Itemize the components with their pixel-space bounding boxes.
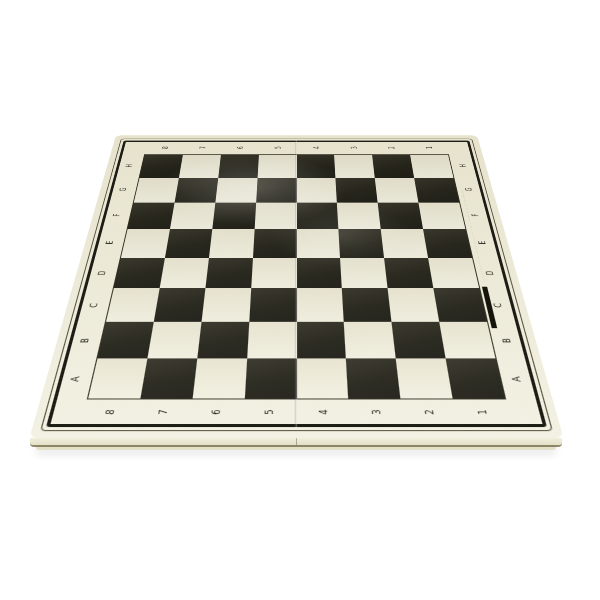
square-f2 [378, 202, 423, 228]
chessboard-photo: 87654321 87654321 HGFEDCBA HGFEDCBA ····… [0, 0, 600, 600]
square-b3 [344, 322, 396, 359]
square-g4 [297, 178, 338, 203]
square-h1 [410, 155, 453, 178]
square-a1 [446, 359, 505, 399]
bottom-coordinates: 87654321 [81, 400, 512, 424]
square-e2 [381, 229, 428, 258]
square-f7 [170, 202, 215, 228]
square-e8 [121, 229, 170, 258]
square-d8 [114, 258, 165, 289]
square-c8 [106, 288, 159, 322]
square-e4 [297, 229, 341, 258]
square-h7 [179, 155, 221, 178]
square-h5 [257, 155, 296, 178]
square-d4 [297, 258, 343, 289]
square-e7 [165, 229, 212, 258]
square-a5 [244, 359, 296, 399]
square-f8 [128, 202, 175, 228]
square-d6 [205, 258, 252, 289]
square-c5 [249, 288, 297, 322]
square-b6 [197, 322, 249, 359]
board-edge [30, 438, 562, 447]
square-g7 [174, 178, 218, 203]
playing-field [87, 154, 506, 399]
square-a2 [396, 359, 453, 399]
square-d3 [340, 258, 387, 289]
square-b8 [97, 322, 153, 359]
square-h6 [218, 155, 259, 178]
square-e6 [209, 229, 255, 258]
square-a7 [140, 359, 197, 399]
square-f1 [419, 202, 466, 228]
square-b4 [297, 322, 347, 359]
square-f4 [297, 202, 339, 228]
square-f6 [212, 202, 256, 228]
square-g2 [375, 178, 419, 203]
square-d2 [384, 258, 433, 289]
square-d7 [159, 258, 208, 289]
square-c2 [388, 288, 440, 322]
square-d5 [251, 258, 297, 289]
square-g1 [414, 178, 459, 203]
square-c3 [342, 288, 392, 322]
square-f3 [337, 202, 381, 228]
square-a3 [346, 359, 400, 399]
square-h4 [297, 155, 336, 178]
square-b5 [247, 322, 297, 359]
board-3d: 87654321 87654321 HGFEDCBA HGFEDCBA ····… [29, 135, 563, 438]
square-g8 [134, 178, 179, 203]
square-h3 [334, 155, 375, 178]
board-edge-lower [36, 447, 556, 450]
square-c6 [201, 288, 251, 322]
square-a8 [88, 359, 147, 399]
square-g6 [215, 178, 257, 203]
square-c1 [434, 288, 487, 322]
square-a6 [192, 359, 246, 399]
square-g3 [336, 178, 378, 203]
square-e3 [339, 229, 385, 258]
square-f5 [254, 202, 296, 228]
square-d1 [428, 258, 479, 289]
square-c4 [297, 288, 345, 322]
top-coordinates: 87654321 [144, 142, 448, 154]
square-h2 [372, 155, 414, 178]
square-a4 [297, 359, 349, 399]
square-h8 [140, 155, 183, 178]
square-g5 [256, 178, 297, 203]
square-c7 [154, 288, 206, 322]
square-b1 [439, 322, 495, 359]
square-b2 [392, 322, 446, 359]
square-e1 [423, 229, 472, 258]
square-b7 [147, 322, 201, 359]
square-e5 [253, 229, 297, 258]
